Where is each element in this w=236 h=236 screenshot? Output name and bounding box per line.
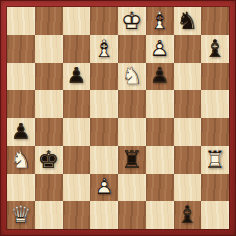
black-pawn-outline: ♙ <box>7 118 35 146</box>
square-h8[interactable] <box>201 7 229 35</box>
square-d7[interactable]: ♝♗ <box>90 35 118 63</box>
square-c7[interactable] <box>63 35 91 63</box>
black-bishop-outline: ♗ <box>174 201 202 229</box>
square-f8[interactable]: ♝♗ <box>146 7 174 35</box>
square-h6[interactable] <box>201 63 229 91</box>
square-a7[interactable] <box>7 35 35 63</box>
square-c3[interactable] <box>63 146 91 174</box>
square-b2[interactable] <box>35 174 63 202</box>
piece-white-king[interactable]: ♚♔ <box>118 7 146 35</box>
square-d2[interactable]: ♟♙ <box>90 174 118 202</box>
white-queen-glyph: ♛ <box>7 201 35 229</box>
black-king-outline: ♔ <box>35 146 63 174</box>
square-g1[interactable]: ♝♗ <box>174 201 202 229</box>
square-h4[interactable] <box>201 118 229 146</box>
square-b6[interactable] <box>35 63 63 91</box>
square-b4[interactable] <box>35 118 63 146</box>
white-knight-glyph: ♞ <box>7 146 35 174</box>
white-queen-outline: ♕ <box>7 201 35 229</box>
piece-white-rook[interactable]: ♜♖ <box>201 146 229 174</box>
white-knight-outline: ♘ <box>118 63 146 91</box>
square-c5[interactable] <box>63 90 91 118</box>
square-b5[interactable] <box>35 90 63 118</box>
square-d8[interactable] <box>90 7 118 35</box>
square-f7[interactable]: ♟♙ <box>146 35 174 63</box>
white-bishop-glyph: ♝ <box>90 35 118 63</box>
white-knight-outline: ♘ <box>7 146 35 174</box>
black-rook-outline: ♖ <box>118 146 146 174</box>
piece-black-king[interactable]: ♚♔ <box>35 146 63 174</box>
piece-white-knight[interactable]: ♞♘ <box>7 146 35 174</box>
square-a2[interactable] <box>7 174 35 202</box>
square-c4[interactable] <box>63 118 91 146</box>
white-pawn-glyph: ♟ <box>146 35 174 63</box>
square-e3[interactable]: ♜♖ <box>118 146 146 174</box>
piece-black-bishop[interactable]: ♝♗ <box>201 35 229 63</box>
piece-black-pawn[interactable]: ♟♙ <box>7 118 35 146</box>
square-b7[interactable] <box>35 35 63 63</box>
black-pawn-glyph: ♟ <box>7 118 35 146</box>
square-h2[interactable] <box>201 174 229 202</box>
piece-white-pawn[interactable]: ♟♙ <box>146 35 174 63</box>
square-e2[interactable] <box>118 174 146 202</box>
square-e4[interactable] <box>118 118 146 146</box>
square-c8[interactable] <box>63 7 91 35</box>
black-bishop-glyph: ♝ <box>201 35 229 63</box>
piece-black-knight[interactable]: ♞♘ <box>174 7 202 35</box>
piece-white-knight[interactable]: ♞♘ <box>118 63 146 91</box>
square-g6[interactable] <box>174 63 202 91</box>
square-e6[interactable]: ♞♘ <box>118 63 146 91</box>
white-king-glyph: ♚ <box>118 7 146 35</box>
black-knight-glyph: ♞ <box>174 7 202 35</box>
square-f5[interactable] <box>146 90 174 118</box>
black-pawn-glyph: ♟ <box>63 63 91 91</box>
square-d5[interactable] <box>90 90 118 118</box>
square-a3[interactable]: ♞♘ <box>7 146 35 174</box>
piece-white-bishop[interactable]: ♝♗ <box>90 35 118 63</box>
square-f1[interactable] <box>146 201 174 229</box>
black-bishop-glyph: ♝ <box>174 201 202 229</box>
white-pawn-glyph: ♟ <box>90 174 118 202</box>
square-b1[interactable] <box>35 201 63 229</box>
piece-black-pawn[interactable]: ♟♙ <box>146 63 174 91</box>
square-f2[interactable] <box>146 174 174 202</box>
square-g8[interactable]: ♞♘ <box>174 7 202 35</box>
white-king-outline: ♔ <box>118 7 146 35</box>
piece-black-rook[interactable]: ♜♖ <box>118 146 146 174</box>
square-g2[interactable] <box>174 174 202 202</box>
square-e7[interactable] <box>118 35 146 63</box>
white-rook-outline: ♖ <box>201 146 229 174</box>
black-king-glyph: ♚ <box>35 146 63 174</box>
square-a5[interactable] <box>7 90 35 118</box>
piece-white-queen[interactable]: ♛♕ <box>7 201 35 229</box>
black-pawn-outline: ♙ <box>146 63 174 91</box>
square-d4[interactable] <box>90 118 118 146</box>
square-e5[interactable] <box>118 90 146 118</box>
square-f3[interactable] <box>146 146 174 174</box>
square-h1[interactable] <box>201 201 229 229</box>
black-rook-glyph: ♜ <box>118 146 146 174</box>
white-knight-glyph: ♞ <box>118 63 146 91</box>
square-g5[interactable] <box>174 90 202 118</box>
board-frame: ♚♔♝♗♞♘♝♗♟♙♝♗♟♙♞♘♟♙♟♙♞♘♚♔♜♖♜♖♟♙♛♕♝♗ <box>0 0 236 236</box>
black-knight-outline: ♘ <box>174 7 202 35</box>
chess-board: ♚♔♝♗♞♘♝♗♟♙♝♗♟♙♞♘♟♙♟♙♞♘♚♔♜♖♜♖♟♙♛♕♝♗ <box>7 7 229 229</box>
square-g7[interactable] <box>174 35 202 63</box>
square-b8[interactable] <box>35 7 63 35</box>
square-b3[interactable]: ♚♔ <box>35 146 63 174</box>
square-a4[interactable]: ♟♙ <box>7 118 35 146</box>
piece-black-pawn[interactable]: ♟♙ <box>63 63 91 91</box>
square-h7[interactable]: ♝♗ <box>201 35 229 63</box>
square-d3[interactable] <box>90 146 118 174</box>
square-g3[interactable] <box>174 146 202 174</box>
white-bishop-glyph: ♝ <box>146 7 174 35</box>
piece-white-pawn[interactable]: ♟♙ <box>90 174 118 202</box>
piece-black-bishop[interactable]: ♝♗ <box>174 201 202 229</box>
square-e1[interactable] <box>118 201 146 229</box>
piece-white-bishop[interactable]: ♝♗ <box>146 7 174 35</box>
square-a8[interactable] <box>7 7 35 35</box>
white-rook-glyph: ♜ <box>201 146 229 174</box>
black-pawn-outline: ♙ <box>63 63 91 91</box>
square-h5[interactable] <box>201 90 229 118</box>
square-a1[interactable]: ♛♕ <box>7 201 35 229</box>
square-g4[interactable] <box>174 118 202 146</box>
black-bishop-outline: ♗ <box>201 35 229 63</box>
square-f4[interactable] <box>146 118 174 146</box>
square-c1[interactable] <box>63 201 91 229</box>
square-d6[interactable] <box>90 63 118 91</box>
square-a6[interactable] <box>7 63 35 91</box>
black-pawn-glyph: ♟ <box>146 63 174 91</box>
white-bishop-outline: ♗ <box>146 7 174 35</box>
white-pawn-outline: ♙ <box>90 174 118 202</box>
square-c2[interactable] <box>63 174 91 202</box>
square-c6[interactable]: ♟♙ <box>63 63 91 91</box>
square-d1[interactable] <box>90 201 118 229</box>
white-pawn-outline: ♙ <box>146 35 174 63</box>
square-f6[interactable]: ♟♙ <box>146 63 174 91</box>
square-e8[interactable]: ♚♔ <box>118 7 146 35</box>
square-h3[interactable]: ♜♖ <box>201 146 229 174</box>
white-bishop-outline: ♗ <box>90 35 118 63</box>
